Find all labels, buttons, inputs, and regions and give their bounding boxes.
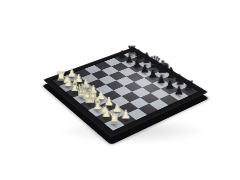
chess-scene: ♜♞♝♛♚♝♞♜♟♟♟♟♟♟♟♟♟♟♟♟♟♟♟♟♜♞♝♛♚♝♞♜ (0, 0, 240, 180)
white-rook-glyph: ♜ (103, 111, 125, 126)
product-photo-canvas: ♜♞♝♛♚♝♞♜♟♟♟♟♟♟♟♟♟♟♟♟♟♟♟♟♜♞♝♛♚♝♞♜ (0, 0, 240, 180)
black-pawn-glyph: ♟ (169, 85, 190, 96)
